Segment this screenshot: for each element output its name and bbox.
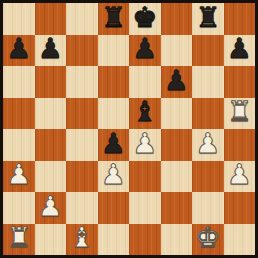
piece-white-pawn[interactable]: ♟︎ <box>227 161 252 189</box>
piece-black-pawn[interactable]: ♟︎ <box>38 35 63 63</box>
piece-black-king[interactable]: ♚︎ <box>132 4 157 32</box>
square-g7[interactable] <box>192 35 224 67</box>
square-h3[interactable]: ♟︎ <box>224 161 256 193</box>
piece-white-pawn[interactable]: ♟︎ <box>6 161 31 189</box>
piece-white-bishop[interactable]: ♝︎ <box>69 224 94 252</box>
piece-black-bishop[interactable]: ♝︎ <box>132 98 157 126</box>
square-b3[interactable] <box>35 161 67 193</box>
square-a2[interactable] <box>3 192 35 224</box>
piece-white-king[interactable]: ♚︎ <box>195 224 220 252</box>
piece-white-rook[interactable]: ♜︎ <box>6 224 31 252</box>
square-b2[interactable]: ♟︎ <box>35 192 67 224</box>
square-b5[interactable] <box>35 98 67 130</box>
square-a5[interactable] <box>3 98 35 130</box>
square-h8[interactable] <box>224 3 256 35</box>
square-f2[interactable] <box>161 192 193 224</box>
piece-white-pawn[interactable]: ♟︎ <box>38 193 63 221</box>
square-f3[interactable] <box>161 161 193 193</box>
piece-black-pawn[interactable]: ♟︎ <box>164 67 189 95</box>
square-e2[interactable] <box>129 192 161 224</box>
board-frame: ♜︎♚︎♜︎♟︎♟︎♟︎♟︎♟︎♝︎♜︎♟︎♟︎♟︎♟︎♟︎♟︎♟︎♜︎♝︎♚︎ <box>0 0 258 258</box>
square-a1[interactable]: ♜︎ <box>3 224 35 256</box>
square-b8[interactable] <box>35 3 67 35</box>
square-f4[interactable] <box>161 129 193 161</box>
square-h7[interactable]: ♟︎ <box>224 35 256 67</box>
chess-board: ♜︎♚︎♜︎♟︎♟︎♟︎♟︎♟︎♝︎♜︎♟︎♟︎♟︎♟︎♟︎♟︎♟︎♜︎♝︎♚︎ <box>3 3 255 255</box>
square-c5[interactable] <box>66 98 98 130</box>
square-d4[interactable]: ♟︎ <box>98 129 130 161</box>
square-h2[interactable] <box>224 192 256 224</box>
piece-white-pawn[interactable]: ♟︎ <box>101 161 126 189</box>
square-h5[interactable]: ♜︎ <box>224 98 256 130</box>
square-e7[interactable]: ♟︎ <box>129 35 161 67</box>
square-g4[interactable]: ♟︎ <box>192 129 224 161</box>
square-g5[interactable] <box>192 98 224 130</box>
square-d5[interactable] <box>98 98 130 130</box>
square-d1[interactable] <box>98 224 130 256</box>
square-f1[interactable] <box>161 224 193 256</box>
square-e6[interactable] <box>129 66 161 98</box>
square-g1[interactable]: ♚︎ <box>192 224 224 256</box>
square-b6[interactable] <box>35 66 67 98</box>
square-g6[interactable] <box>192 66 224 98</box>
square-h1[interactable] <box>224 224 256 256</box>
square-d3[interactable]: ♟︎ <box>98 161 130 193</box>
square-a8[interactable] <box>3 3 35 35</box>
square-g2[interactable] <box>192 192 224 224</box>
piece-black-rook[interactable]: ♜︎ <box>195 4 220 32</box>
square-a3[interactable]: ♟︎ <box>3 161 35 193</box>
square-b1[interactable] <box>35 224 67 256</box>
square-c6[interactable] <box>66 66 98 98</box>
piece-black-pawn[interactable]: ♟︎ <box>132 35 157 63</box>
square-f5[interactable] <box>161 98 193 130</box>
square-e3[interactable] <box>129 161 161 193</box>
square-a4[interactable] <box>3 129 35 161</box>
square-h4[interactable] <box>224 129 256 161</box>
square-e8[interactable]: ♚︎ <box>129 3 161 35</box>
piece-black-pawn[interactable]: ♟︎ <box>227 35 252 63</box>
square-a6[interactable] <box>3 66 35 98</box>
square-c2[interactable] <box>66 192 98 224</box>
square-c4[interactable] <box>66 129 98 161</box>
piece-white-rook[interactable]: ♜︎ <box>227 98 252 126</box>
square-e1[interactable] <box>129 224 161 256</box>
square-d2[interactable] <box>98 192 130 224</box>
square-e4[interactable]: ♟︎ <box>129 129 161 161</box>
square-f6[interactable]: ♟︎ <box>161 66 193 98</box>
square-b4[interactable] <box>35 129 67 161</box>
square-d7[interactable] <box>98 35 130 67</box>
piece-black-pawn[interactable]: ♟︎ <box>101 130 126 158</box>
piece-black-rook[interactable]: ♜︎ <box>101 4 126 32</box>
square-b7[interactable]: ♟︎ <box>35 35 67 67</box>
square-d6[interactable] <box>98 66 130 98</box>
square-d8[interactable]: ♜︎ <box>98 3 130 35</box>
square-c3[interactable] <box>66 161 98 193</box>
piece-white-pawn[interactable]: ♟︎ <box>195 130 220 158</box>
piece-white-pawn[interactable]: ♟︎ <box>132 130 157 158</box>
square-c8[interactable] <box>66 3 98 35</box>
piece-black-pawn[interactable]: ♟︎ <box>6 35 31 63</box>
square-a7[interactable]: ♟︎ <box>3 35 35 67</box>
square-g3[interactable] <box>192 161 224 193</box>
square-e5[interactable]: ♝︎ <box>129 98 161 130</box>
square-c1[interactable]: ♝︎ <box>66 224 98 256</box>
square-f8[interactable] <box>161 3 193 35</box>
square-g8[interactable]: ♜︎ <box>192 3 224 35</box>
square-c7[interactable] <box>66 35 98 67</box>
square-f7[interactable] <box>161 35 193 67</box>
square-h6[interactable] <box>224 66 256 98</box>
